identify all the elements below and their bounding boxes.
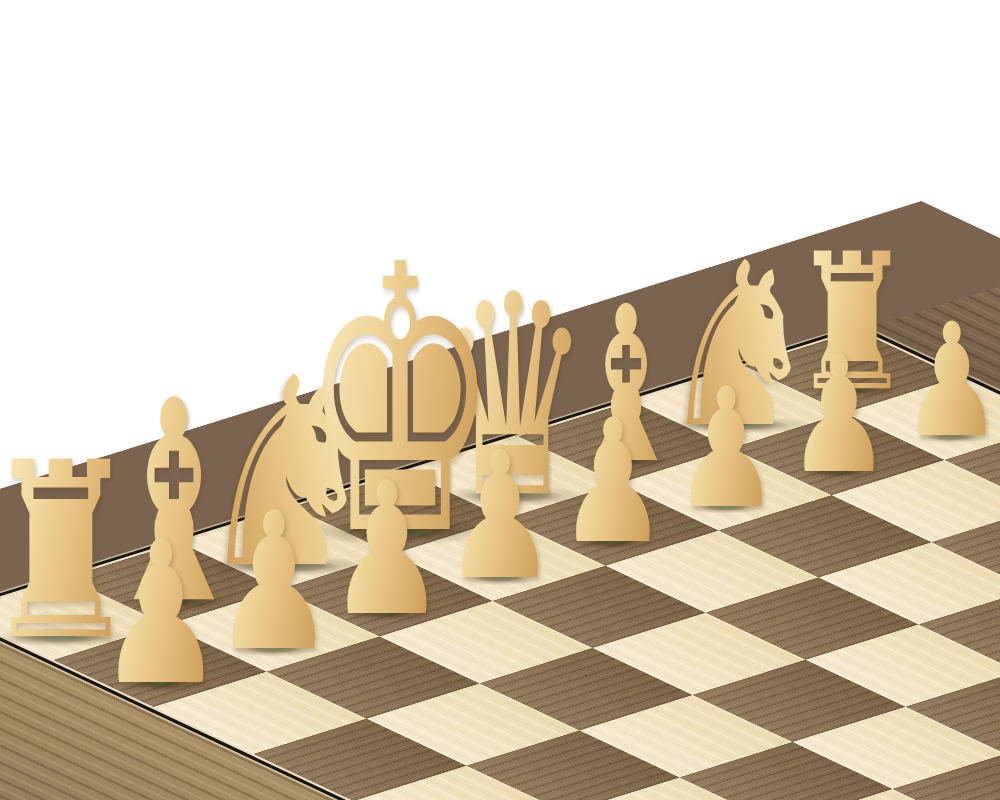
pawn-glyph: ♟ (97, 516, 224, 713)
pawn-glyph: ♟ (787, 335, 891, 496)
chess-set-photo: ♜♝♞♚♛♝♞♜♟♟♟♟♟♟♟♟ (0, 0, 1000, 800)
pawn-glyph: ♟ (557, 397, 667, 568)
piece-h2-pawn[interactable]: ♟ (161, 713, 338, 800)
pawn-glyph: ♟ (327, 457, 445, 640)
pawn-glyph: ♟ (901, 303, 1000, 460)
pawn-glyph: ♟ (212, 487, 335, 677)
pieces-layer: ♜♝♞♚♛♝♞♜♟♟♟♟♟♟♟♟ (0, 0, 1000, 800)
pawn-glyph: ♟ (443, 428, 557, 604)
pawn-glyph: ♟ (672, 367, 779, 532)
